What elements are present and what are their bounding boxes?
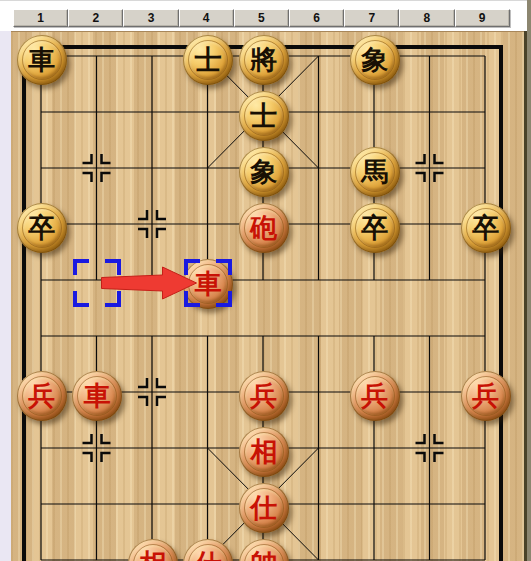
piece-red-帥-f5r10[interactable]: 帥 bbox=[239, 539, 289, 561]
piece-red-車-f4r5[interactable]: 車 bbox=[183, 259, 233, 309]
window-right-edge bbox=[527, 0, 531, 561]
board[interactable]: 車士將象士象馬卒砲卒卒車兵車兵兵兵相仕相仕帥 bbox=[13, 28, 513, 561]
column-header-cell-2: 2 bbox=[68, 9, 123, 27]
column-header-cell-9: 9 bbox=[455, 9, 510, 27]
board-right-shadow bbox=[524, 31, 527, 561]
piece-black-馬-f7r3[interactable]: 馬 bbox=[350, 147, 400, 197]
piece-black-象-f5r3[interactable]: 象 bbox=[239, 147, 289, 197]
piece-red-相-f3r10[interactable]: 相 bbox=[128, 539, 178, 561]
piece-black-卒-f9r4[interactable]: 卒 bbox=[461, 203, 511, 253]
column-header-cell-4: 4 bbox=[179, 9, 234, 27]
piece-black-士-f5r2[interactable]: 士 bbox=[239, 91, 289, 141]
piece-black-士-f4r1[interactable]: 士 bbox=[183, 35, 233, 85]
piece-red-相-f5r8[interactable]: 相 bbox=[239, 427, 289, 477]
column-header-cell-5: 5 bbox=[234, 9, 289, 27]
piece-red-仕-f5r9[interactable]: 仕 bbox=[239, 483, 289, 533]
column-header: 123456789 bbox=[13, 9, 510, 27]
xiangqi-app-window: { "game": "xiangqi", "app": { "column_he… bbox=[0, 0, 531, 561]
piece-red-仕-f4r10[interactable]: 仕 bbox=[183, 539, 233, 561]
column-header-cell-7: 7 bbox=[344, 9, 399, 27]
piece-black-車-f1r1[interactable]: 車 bbox=[17, 35, 67, 85]
piece-black-卒-f1r4[interactable]: 卒 bbox=[17, 203, 67, 253]
piece-red-兵-f5r7[interactable]: 兵 bbox=[239, 371, 289, 421]
column-header-cell-3: 3 bbox=[123, 9, 178, 27]
piece-red-兵-f1r7[interactable]: 兵 bbox=[17, 371, 67, 421]
piece-red-兵-f7r7[interactable]: 兵 bbox=[350, 371, 400, 421]
piece-black-將-f5r1[interactable]: 將 bbox=[239, 35, 289, 85]
piece-red-兵-f9r7[interactable]: 兵 bbox=[461, 371, 511, 421]
column-header-cell-1: 1 bbox=[13, 9, 68, 27]
column-header-cell-6: 6 bbox=[289, 9, 344, 27]
piece-red-砲-f5r4[interactable]: 砲 bbox=[239, 203, 289, 253]
piece-black-卒-f7r4[interactable]: 卒 bbox=[350, 203, 400, 253]
column-header-cell-8: 8 bbox=[399, 9, 454, 27]
window-left-margin bbox=[0, 31, 11, 561]
piece-red-車-f2r7[interactable]: 車 bbox=[72, 371, 122, 421]
piece-black-象-f7r1[interactable]: 象 bbox=[350, 35, 400, 85]
